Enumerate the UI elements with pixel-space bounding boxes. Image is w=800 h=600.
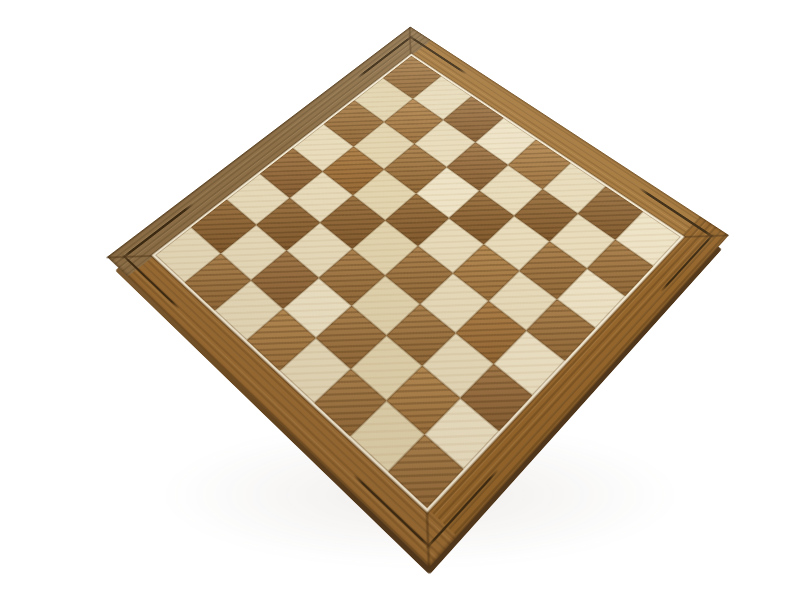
- board-square[interactable]: [385, 246, 452, 303]
- board-square[interactable]: [460, 363, 533, 431]
- board-square[interactable]: [184, 253, 251, 311]
- board-square[interactable]: [488, 271, 556, 331]
- board-square[interactable]: [318, 248, 385, 305]
- board-square[interactable]: [453, 244, 520, 301]
- board-square[interactable]: [215, 280, 283, 340]
- board-square[interactable]: [283, 278, 351, 338]
- board-square[interactable]: [420, 273, 488, 333]
- board-square[interactable]: [520, 241, 587, 298]
- board-square[interactable]: [350, 400, 425, 471]
- board-square[interactable]: [526, 299, 596, 361]
- board-square[interactable]: [279, 338, 350, 403]
- board-square[interactable]: [246, 308, 316, 371]
- board-square[interactable]: [386, 303, 456, 365]
- board-square[interactable]: [422, 333, 493, 398]
- board-square[interactable]: [314, 368, 387, 436]
- board-square[interactable]: [388, 434, 464, 508]
- chessboard-photo: [0, 0, 800, 600]
- board-square[interactable]: [494, 330, 565, 395]
- board-square[interactable]: [251, 251, 318, 309]
- board-square[interactable]: [456, 301, 526, 363]
- miter-joint-seam: [426, 507, 430, 568]
- board-square[interactable]: [425, 398, 500, 469]
- board-square[interactable]: [351, 335, 422, 400]
- board-square[interactable]: [352, 275, 420, 335]
- board-square[interactable]: [316, 306, 386, 368]
- board-square[interactable]: [587, 239, 654, 296]
- board-square[interactable]: [387, 366, 460, 434]
- board-square[interactable]: [557, 268, 625, 328]
